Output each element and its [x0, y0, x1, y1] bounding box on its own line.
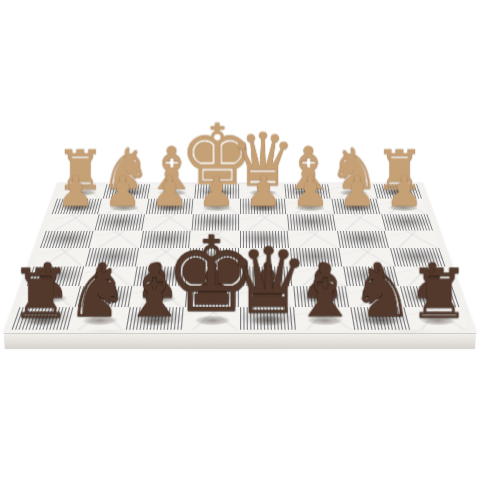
square-f2[interactable]: ♟	[146, 199, 194, 214]
white-pawn-b2[interactable]: ♟	[339, 171, 376, 212]
white-pawn-g2[interactable]: ♟	[104, 171, 141, 212]
square-a3[interactable]	[381, 214, 434, 230]
square-a8[interactable]: ♜	[405, 307, 468, 330]
square-g2[interactable]: ♟	[99, 199, 149, 214]
black-bishop-c8[interactable]: ♝	[293, 255, 358, 328]
square-c8[interactable]: ♝	[295, 307, 354, 330]
square-h3[interactable]	[46, 214, 99, 230]
white-pawn-a2[interactable]: ♟	[386, 171, 423, 212]
board-front-edge	[4, 333, 477, 350]
chessboard: ♜♞♝♚♛♝♞♜♟♟♟♟♟♟♟♟♟♟♟♟♟♟♟♟♜♞♝♚♛♝♞♜	[4, 183, 477, 333]
square-b8[interactable]: ♞	[350, 307, 411, 330]
square-d8[interactable]: ♛	[240, 307, 297, 330]
black-knight-g8[interactable]: ♞	[66, 257, 129, 328]
chessboard-3d: ♜♞♝♚♛♝♞♜♟♟♟♟♟♟♟♟♟♟♟♟♟♟♟♟♜♞♝♚♛♝♞♜	[4, 183, 477, 333]
white-pawn-c2[interactable]: ♟	[292, 171, 329, 212]
square-g3[interactable]	[95, 214, 146, 230]
square-c2[interactable]: ♟	[286, 199, 334, 214]
black-knight-b8[interactable]: ♞	[351, 257, 414, 328]
square-h8[interactable]: ♜	[12, 307, 75, 330]
square-g8[interactable]: ♞	[69, 307, 130, 330]
white-pawn-f2[interactable]: ♟	[151, 171, 188, 212]
square-b3[interactable]	[334, 214, 385, 230]
square-a2[interactable]: ♟	[377, 199, 428, 214]
white-pawn-h2[interactable]: ♟	[57, 171, 94, 212]
square-d2[interactable]: ♟	[240, 199, 287, 214]
white-pawn-e2[interactable]: ♟	[198, 171, 235, 212]
square-h4[interactable]	[40, 231, 95, 248]
square-h2[interactable]: ♟	[52, 199, 103, 214]
chess-set-product-photo: ♜♞♝♚♛♝♞♜♟♟♟♟♟♟♟♟♟♟♟♟♟♟♟♟♜♞♝♚♛♝♞♜	[0, 0, 480, 480]
square-a4[interactable]	[385, 231, 440, 248]
square-g4[interactable]	[90, 231, 143, 248]
black-rook-a8[interactable]: ♜	[409, 259, 470, 327]
square-b2[interactable]: ♟	[331, 199, 381, 214]
square-b4[interactable]	[337, 231, 390, 248]
square-e2[interactable]: ♟	[193, 199, 240, 214]
white-pawn-d2[interactable]: ♟	[245, 171, 282, 212]
black-rook-h8[interactable]: ♜	[10, 259, 71, 327]
